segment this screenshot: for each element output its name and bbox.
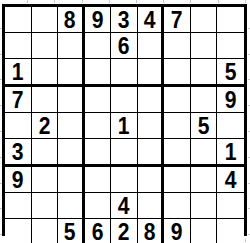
given-digit: 8 (144, 219, 156, 243)
given-digit: 3 (118, 7, 130, 32)
cell-r1c2[interactable] (32, 7, 59, 33)
given-digit: 6 (118, 33, 130, 58)
given-digit: 4 (144, 7, 156, 32)
cell-r8c7[interactable] (164, 193, 191, 219)
given-digit: 5 (64, 219, 76, 243)
cell-r8c5[interactable]: 4 (111, 193, 138, 219)
cell-r6c2[interactable] (32, 139, 59, 167)
cell-r8c4[interactable] (85, 193, 112, 219)
cell-r9c2[interactable] (32, 219, 59, 243)
cell-r3c8[interactable] (191, 59, 218, 87)
cell-r7c7[interactable] (164, 167, 191, 193)
given-digit: 1 (12, 59, 24, 84)
cell-r5c5[interactable]: 1 (111, 113, 138, 139)
cell-r5c9[interactable] (217, 113, 244, 139)
cell-r7c4[interactable] (85, 167, 112, 193)
given-digit: 9 (171, 219, 183, 243)
given-digit: 3 (12, 139, 24, 164)
cell-r4c9[interactable]: 9 (217, 87, 244, 113)
spreadsheet-gridline-ticks-top (1, 0, 249, 3)
cell-r9c8[interactable] (191, 219, 218, 243)
cell-r1c4[interactable]: 9 (85, 7, 112, 33)
cell-r5c8[interactable]: 5 (191, 113, 218, 139)
sudoku-board: 89347615792153194456289 (2, 4, 247, 236)
cell-r9c5[interactable]: 2 (111, 219, 138, 243)
cell-r8c1[interactable] (5, 193, 32, 219)
cell-r3c7[interactable] (164, 59, 191, 87)
given-digit: 6 (92, 219, 104, 243)
cell-r2c8[interactable] (191, 33, 218, 59)
given-digit: 9 (92, 7, 104, 32)
cell-r5c1[interactable] (5, 113, 32, 139)
cell-r8c6[interactable] (138, 193, 165, 219)
cell-r4c1[interactable]: 7 (5, 87, 32, 113)
cell-r2c1[interactable] (5, 33, 32, 59)
cell-r2c3[interactable] (58, 33, 85, 59)
cell-r6c8[interactable] (191, 139, 218, 167)
given-digit: 1 (118, 113, 130, 138)
cell-r1c5[interactable]: 3 (111, 7, 138, 33)
cell-r4c5[interactable] (111, 87, 138, 113)
cell-r7c9[interactable]: 4 (217, 167, 244, 193)
cell-r9c3[interactable]: 5 (58, 219, 85, 243)
cell-r6c4[interactable] (85, 139, 112, 167)
given-digit: 2 (38, 113, 50, 138)
given-digit: 9 (225, 87, 237, 112)
sudoku-screenshot: 89347615792153194456289 (0, 0, 250, 243)
given-digit: 5 (198, 113, 210, 138)
cell-r5c2[interactable]: 2 (32, 113, 59, 139)
cell-r3c2[interactable] (32, 59, 59, 87)
cell-r2c4[interactable] (85, 33, 112, 59)
cell-r9c6[interactable]: 8 (138, 219, 165, 243)
given-digit: 1 (225, 139, 237, 164)
cell-r2c9[interactable] (217, 33, 244, 59)
cell-r9c7[interactable]: 9 (164, 219, 191, 243)
given-digit: 4 (225, 167, 237, 192)
given-digit: 7 (12, 87, 24, 112)
cell-r8c3[interactable] (58, 193, 85, 219)
cell-r3c4[interactable] (85, 59, 112, 87)
cell-r9c1[interactable] (5, 219, 32, 243)
cell-r6c9[interactable]: 1 (217, 139, 244, 167)
cell-r5c4[interactable] (85, 113, 112, 139)
cell-r6c7[interactable] (164, 139, 191, 167)
cell-r4c6[interactable] (138, 87, 165, 113)
cell-r2c6[interactable] (138, 33, 165, 59)
cell-r5c7[interactable] (164, 113, 191, 139)
cell-r7c6[interactable] (138, 167, 165, 193)
cell-r7c1[interactable]: 9 (5, 167, 32, 193)
cell-r1c7[interactable]: 7 (164, 7, 191, 33)
cell-r1c9[interactable] (217, 7, 244, 33)
cell-r6c1[interactable]: 3 (5, 139, 32, 167)
cell-r2c5[interactable]: 6 (111, 33, 138, 59)
cell-r7c8[interactable] (191, 167, 218, 193)
cell-r2c2[interactable] (32, 33, 59, 59)
cell-r6c6[interactable] (138, 139, 165, 167)
given-digit: 5 (225, 59, 237, 84)
cell-r9c9[interactable] (217, 219, 244, 243)
cell-r7c2[interactable] (32, 167, 59, 193)
cell-r3c9[interactable]: 5 (217, 59, 244, 87)
cell-r8c9[interactable] (217, 193, 244, 219)
spreadsheet-gridline-ticks-right (248, 3, 250, 239)
cell-r3c5[interactable] (111, 59, 138, 87)
cell-r4c4[interactable] (85, 87, 112, 113)
cell-r4c7[interactable] (164, 87, 191, 113)
cell-r5c3[interactable] (58, 113, 85, 139)
cell-r8c8[interactable] (191, 193, 218, 219)
cell-r8c2[interactable] (32, 193, 59, 219)
given-digit: 4 (118, 193, 130, 218)
cell-r6c3[interactable] (58, 139, 85, 167)
cell-r1c8[interactable] (191, 7, 218, 33)
cell-r3c6[interactable] (138, 59, 165, 87)
cell-r7c3[interactable] (58, 167, 85, 193)
cell-r1c1[interactable] (5, 7, 32, 33)
cell-r4c3[interactable] (58, 87, 85, 113)
cell-r1c3[interactable]: 8 (58, 7, 85, 33)
given-digit: 2 (118, 219, 130, 243)
cell-r3c3[interactable] (58, 59, 85, 87)
cell-r7c5[interactable] (111, 167, 138, 193)
cell-r3c1[interactable]: 1 (5, 59, 32, 87)
given-digit: 9 (12, 167, 24, 192)
cell-r2c7[interactable] (164, 33, 191, 59)
given-digit: 8 (64, 7, 76, 32)
cell-r9c4[interactable]: 6 (85, 219, 112, 243)
cell-r4c8[interactable] (191, 87, 218, 113)
given-digit: 7 (171, 7, 183, 32)
cell-r1c6[interactable]: 4 (138, 7, 165, 33)
cell-r4c2[interactable] (32, 87, 59, 113)
cell-r5c6[interactable] (138, 113, 165, 139)
cell-r6c5[interactable] (111, 139, 138, 167)
